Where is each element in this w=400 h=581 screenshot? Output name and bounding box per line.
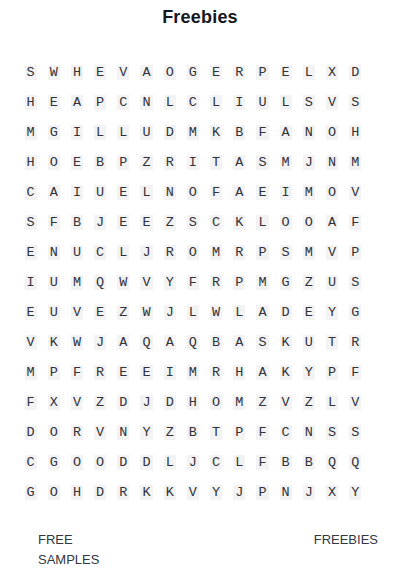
grid-cell[interactable]: M xyxy=(205,237,228,267)
grid-letter: H xyxy=(71,65,83,80)
grid-cell[interactable]: O xyxy=(181,237,204,267)
grid-cell[interactable]: C xyxy=(181,87,204,117)
grid-cell[interactable]: Q xyxy=(135,327,158,357)
grid-letter: N xyxy=(326,155,338,170)
grid-cell[interactable]: P xyxy=(251,237,274,267)
word-list: FREE SAMPLES FREEBIES xyxy=(38,530,378,570)
grid-cell[interactable]: D xyxy=(89,477,112,507)
grid-cell[interactable]: F xyxy=(344,207,367,237)
grid-cell[interactable]: G xyxy=(42,447,65,477)
grid-cell[interactable]: L xyxy=(112,117,135,147)
grid-letter: P xyxy=(117,155,129,170)
grid-cell[interactable]: A xyxy=(251,357,274,387)
grid-cell[interactable]: K xyxy=(228,207,251,237)
grid-cell[interactable]: W xyxy=(65,327,88,357)
grid-cell[interactable]: D xyxy=(274,297,297,327)
grid-cell[interactable]: V xyxy=(112,57,135,87)
grid-cell[interactable]: B xyxy=(228,117,251,147)
grid-cell[interactable]: J xyxy=(158,297,181,327)
grid-cell[interactable]: S xyxy=(344,87,367,117)
grid-cell[interactable]: L xyxy=(228,447,251,477)
grid-letter: A xyxy=(233,185,245,200)
grid-cell[interactable]: R xyxy=(158,147,181,177)
grid-letter: N xyxy=(303,125,315,140)
grid-letter: D xyxy=(164,125,176,140)
grid-cell[interactable]: K xyxy=(205,117,228,147)
grid-cell[interactable]: S xyxy=(274,237,297,267)
grid-cell[interactable]: R xyxy=(89,357,112,387)
grid-cell[interactable]: Z xyxy=(135,147,158,177)
grid-cell[interactable]: S xyxy=(251,327,274,357)
grid-letter: P xyxy=(349,245,361,260)
grid-cell[interactable]: M xyxy=(297,177,320,207)
grid-letter: P xyxy=(94,95,106,110)
grid-cell[interactable]: A xyxy=(135,57,158,87)
grid-cell[interactable]: N xyxy=(158,177,181,207)
grid-cell[interactable]: O xyxy=(42,147,65,177)
grid-letter: L xyxy=(140,185,152,200)
grid-cell[interactable]: Y xyxy=(297,357,320,387)
grid-cell[interactable]: U xyxy=(89,177,112,207)
grid-cell[interactable]: N xyxy=(320,147,343,177)
grid-letter: M xyxy=(303,245,315,260)
grid-cell[interactable]: Q xyxy=(89,267,112,297)
grid-cell[interactable]: O xyxy=(42,417,65,447)
grid-letter: W xyxy=(140,305,152,320)
grid-cell[interactable]: R xyxy=(228,237,251,267)
grid-cell[interactable]: O xyxy=(89,447,112,477)
grid-cell[interactable]: J xyxy=(181,447,204,477)
grid-cell[interactable]: X xyxy=(42,387,65,417)
grid-cell[interactable]: O xyxy=(158,57,181,87)
grid-cell[interactable]: J xyxy=(89,327,112,357)
grid-cell[interactable]: F xyxy=(65,357,88,387)
grid-letter: G xyxy=(349,305,361,320)
grid-cell[interactable]: A xyxy=(112,327,135,357)
grid-cell[interactable]: Q xyxy=(181,327,204,357)
grid-cell[interactable]: V xyxy=(135,267,158,297)
grid-cell[interactable]: S xyxy=(181,207,204,237)
grid-cell[interactable]: O xyxy=(297,207,320,237)
grid-cell[interactable]: M xyxy=(274,147,297,177)
grid-cell[interactable]: P xyxy=(344,237,367,267)
grid-letter: W xyxy=(48,65,60,80)
grid-cell[interactable]: C xyxy=(19,177,42,207)
grid-letter: M xyxy=(25,365,37,380)
grid-cell[interactable]: P xyxy=(228,267,251,297)
grid-letter: E xyxy=(48,95,60,110)
grid-cell[interactable]: O xyxy=(42,477,65,507)
grid-cell[interactable]: M xyxy=(251,267,274,297)
grid-letter: B xyxy=(280,455,292,470)
grid-cell[interactable]: E xyxy=(135,207,158,237)
grid-letter: L xyxy=(280,95,292,110)
grid-cell[interactable]: Z xyxy=(158,207,181,237)
grid-cell[interactable]: P xyxy=(42,357,65,387)
grid-letter: Z xyxy=(256,395,268,410)
grid-cell[interactable]: R xyxy=(65,417,88,447)
grid-cell[interactable]: K xyxy=(274,357,297,387)
grid-cell[interactable]: V xyxy=(89,417,112,447)
grid-letter: V xyxy=(280,395,292,410)
grid-cell[interactable]: F xyxy=(205,177,228,207)
grid-cell[interactable]: L xyxy=(158,447,181,477)
grid-letter: J xyxy=(140,395,152,410)
grid-letter: O xyxy=(48,485,60,500)
grid-cell[interactable]: M xyxy=(65,267,88,297)
grid-cell[interactable]: E xyxy=(274,57,297,87)
grid-letter: O xyxy=(71,455,83,470)
grid-cell[interactable]: H xyxy=(65,57,88,87)
grid-cell[interactable]: K xyxy=(42,327,65,357)
grid-cell[interactable]: E xyxy=(112,207,135,237)
grid-cell[interactable]: L xyxy=(274,87,297,117)
grid-cell[interactable]: B xyxy=(205,327,228,357)
grid-cell[interactable]: A xyxy=(228,147,251,177)
grid-letter: A xyxy=(233,155,245,170)
grid-letter: E xyxy=(280,65,292,80)
grid-cell[interactable]: U xyxy=(135,117,158,147)
grid-cell[interactable]: R xyxy=(158,237,181,267)
grid-cell[interactable]: E xyxy=(19,237,42,267)
grid-cell[interactable]: D xyxy=(19,417,42,447)
grid-letter: P xyxy=(326,365,338,380)
grid-letter: X xyxy=(48,395,60,410)
grid-cell[interactable]: E xyxy=(89,297,112,327)
grid-cell[interactable]: R xyxy=(228,57,251,87)
grid-letter: R xyxy=(233,245,245,260)
grid-cell[interactable]: X xyxy=(320,57,343,87)
grid-cell[interactable]: O xyxy=(65,447,88,477)
grid-cell[interactable]: S xyxy=(297,87,320,117)
grid-cell[interactable]: M xyxy=(181,117,204,147)
grid-cell[interactable]: P xyxy=(112,147,135,177)
grid-cell[interactable]: P xyxy=(251,477,274,507)
grid-letter: F xyxy=(349,215,361,230)
grid-letter: D xyxy=(117,455,129,470)
grid-letter: F xyxy=(349,365,361,380)
grid-cell[interactable]: L xyxy=(89,117,112,147)
grid-cell[interactable]: D xyxy=(158,387,181,417)
grid-letter: E xyxy=(117,215,129,230)
grid-cell[interactable]: S xyxy=(320,417,343,447)
grid-cell[interactable]: I xyxy=(228,87,251,117)
grid-cell[interactable]: N xyxy=(274,477,297,507)
grid-letter: S xyxy=(349,95,361,110)
grid-cell[interactable]: V xyxy=(181,477,204,507)
grid-cell[interactable]: U xyxy=(42,267,65,297)
grid-cell[interactable]: A xyxy=(320,207,343,237)
grid-cell[interactable]: V xyxy=(65,387,88,417)
grid-cell[interactable]: F xyxy=(251,447,274,477)
grid-cell[interactable]: R xyxy=(205,267,228,297)
grid-cell[interactable]: F xyxy=(344,357,367,387)
grid-letter: Y xyxy=(164,275,176,290)
grid-cell[interactable]: E xyxy=(89,57,112,87)
grid-cell[interactable]: A xyxy=(274,117,297,147)
grid-letter: E xyxy=(25,245,37,260)
grid-letter: E xyxy=(256,185,268,200)
grid-cell[interactable]: A xyxy=(158,327,181,357)
grid-cell[interactable]: P xyxy=(320,357,343,387)
grid-letter: V xyxy=(140,275,152,290)
grid-cell[interactable]: I xyxy=(65,177,88,207)
grid-letter: E xyxy=(94,305,106,320)
grid-cell[interactable]: E xyxy=(112,357,135,387)
grid-cell[interactable]: P xyxy=(251,57,274,87)
grid-cell[interactable]: K xyxy=(135,477,158,507)
grid-cell[interactable]: E xyxy=(42,87,65,117)
grid-cell[interactable]: V xyxy=(320,87,343,117)
grid-letter: K xyxy=(164,485,176,500)
grid-cell[interactable]: N xyxy=(42,237,65,267)
grid-cell[interactable]: H xyxy=(19,87,42,117)
grid-cell[interactable]: L xyxy=(320,387,343,417)
grid-cell[interactable]: M xyxy=(19,357,42,387)
grid-cell[interactable]: V xyxy=(344,177,367,207)
grid-cell[interactable]: B xyxy=(297,447,320,477)
grid-cell[interactable]: X xyxy=(320,477,343,507)
grid-cell[interactable]: C xyxy=(112,87,135,117)
grid-cell[interactable]: E xyxy=(112,177,135,207)
grid-cell[interactable]: I xyxy=(19,267,42,297)
grid-cell[interactable]: Y xyxy=(205,477,228,507)
grid-cell[interactable]: H xyxy=(344,117,367,147)
grid-cell[interactable]: Y xyxy=(158,267,181,297)
grid-cell[interactable]: R xyxy=(344,327,367,357)
grid-letter: G xyxy=(280,275,292,290)
grid-cell[interactable]: I xyxy=(181,147,204,177)
grid-cell[interactable]: U xyxy=(251,87,274,117)
grid-cell[interactable]: G xyxy=(42,117,65,147)
word-search-grid: SWHEVAOGERPELXDHEAPCNLCLIULSVSMGILLUDMKB… xyxy=(19,57,367,507)
grid-cell[interactable]: G xyxy=(344,297,367,327)
grid-letter: G xyxy=(48,455,60,470)
grid-cell[interactable]: F xyxy=(251,417,274,447)
grid-cell[interactable]: C xyxy=(19,447,42,477)
grid-cell[interactable]: E xyxy=(135,357,158,387)
grid-cell[interactable]: U xyxy=(65,237,88,267)
grid-cell[interactable]: D xyxy=(158,117,181,147)
grid-cell[interactable]: W xyxy=(42,57,65,87)
grid-cell[interactable]: J xyxy=(228,477,251,507)
grid-letter: I xyxy=(71,125,83,140)
grid-letter: T xyxy=(210,425,222,440)
grid-cell[interactable]: S xyxy=(344,267,367,297)
grid-cell[interactable]: J xyxy=(297,477,320,507)
grid-cell[interactable]: F xyxy=(42,207,65,237)
grid-letter: Z xyxy=(303,395,315,410)
grid-cell[interactable]: U xyxy=(320,267,343,297)
grid-cell[interactable]: Z xyxy=(297,387,320,417)
grid-cell[interactable]: V xyxy=(320,237,343,267)
grid-cell[interactable]: V xyxy=(344,387,367,417)
grid-letter: O xyxy=(48,155,60,170)
grid-cell[interactable]: T xyxy=(320,327,343,357)
grid-cell[interactable]: H xyxy=(228,357,251,387)
grid-cell[interactable]: V xyxy=(274,387,297,417)
grid-cell[interactable]: Z xyxy=(112,297,135,327)
grid-cell[interactable]: I xyxy=(274,177,297,207)
grid-cell[interactable]: C xyxy=(274,417,297,447)
grid-cell[interactable]: T xyxy=(205,147,228,177)
grid-cell[interactable]: J xyxy=(135,237,158,267)
grid-letter: P xyxy=(48,365,60,380)
grid-cell[interactable]: S xyxy=(251,147,274,177)
grid-cell[interactable]: G xyxy=(181,57,204,87)
grid-cell[interactable]: P xyxy=(228,417,251,447)
grid-letter: A xyxy=(256,365,268,380)
grid-cell[interactable]: U xyxy=(42,297,65,327)
grid-letter: U xyxy=(71,245,83,260)
grid-cell[interactable]: Z xyxy=(297,267,320,297)
grid-cell[interactable]: H xyxy=(181,387,204,417)
grid-letter: V xyxy=(349,395,361,410)
grid-cell[interactable]: O xyxy=(181,177,204,207)
grid-cell[interactable]: T xyxy=(205,417,228,447)
grid-cell[interactable]: E xyxy=(205,57,228,87)
grid-cell[interactable]: S xyxy=(344,417,367,447)
grid-cell[interactable]: M xyxy=(297,237,320,267)
grid-cell[interactable]: A xyxy=(42,177,65,207)
grid-cell[interactable]: L xyxy=(297,57,320,87)
grid-cell[interactable]: O xyxy=(274,207,297,237)
grid-cell[interactable]: L xyxy=(228,297,251,327)
grid-letter: Y xyxy=(349,485,361,500)
grid-cell[interactable]: F xyxy=(181,267,204,297)
grid-cell[interactable]: Q xyxy=(344,447,367,477)
grid-cell[interactable]: G xyxy=(274,267,297,297)
grid-cell[interactable]: M xyxy=(181,357,204,387)
grid-cell[interactable]: B xyxy=(89,147,112,177)
grid-letter: V xyxy=(94,425,106,440)
grid-cell[interactable]: J xyxy=(297,147,320,177)
grid-cell[interactable]: G xyxy=(19,477,42,507)
grid-cell[interactable]: V xyxy=(65,297,88,327)
grid-cell[interactable]: C xyxy=(89,237,112,267)
grid-cell[interactable]: O xyxy=(320,177,343,207)
grid-cell[interactable]: E xyxy=(297,297,320,327)
grid-cell[interactable]: B xyxy=(181,417,204,447)
grid-cell[interactable]: Y xyxy=(344,477,367,507)
grid-letter: N xyxy=(280,485,292,500)
grid-cell[interactable]: H xyxy=(19,147,42,177)
grid-cell[interactable]: Z xyxy=(158,417,181,447)
grid-letter: C xyxy=(210,215,222,230)
grid-cell[interactable]: P xyxy=(89,87,112,117)
grid-cell[interactable]: Y xyxy=(320,297,343,327)
grid-cell[interactable]: M xyxy=(228,387,251,417)
grid-cell[interactable]: S xyxy=(19,207,42,237)
grid-letter: M xyxy=(71,275,83,290)
grid-letter: R xyxy=(349,335,361,350)
grid-cell[interactable]: J xyxy=(89,207,112,237)
grid-letter: P xyxy=(256,245,268,260)
grid-letter: S xyxy=(349,275,361,290)
grid-cell[interactable]: I xyxy=(158,357,181,387)
grid-cell[interactable]: M xyxy=(344,147,367,177)
grid-letter: I xyxy=(187,155,199,170)
grid-cell[interactable]: D xyxy=(112,387,135,417)
grid-cell[interactable]: K xyxy=(274,327,297,357)
grid-letter: F xyxy=(210,185,222,200)
grid-cell[interactable]: A xyxy=(228,327,251,357)
grid-cell[interactable]: O xyxy=(205,387,228,417)
grid-letter: Q xyxy=(94,275,106,290)
grid-cell[interactable]: W xyxy=(112,267,135,297)
grid-cell[interactable]: S xyxy=(19,57,42,87)
grid-letter: L xyxy=(94,125,106,140)
grid-cell[interactable]: O xyxy=(320,117,343,147)
grid-letter: A xyxy=(140,65,152,80)
grid-cell[interactable]: N xyxy=(112,417,135,447)
grid-cell[interactable]: V xyxy=(19,327,42,357)
grid-cell[interactable]: R xyxy=(112,477,135,507)
grid-cell[interactable]: H xyxy=(65,477,88,507)
grid-cell[interactable]: E xyxy=(65,147,88,177)
grid-cell[interactable]: F xyxy=(251,117,274,147)
grid-letter: Z xyxy=(94,395,106,410)
grid-cell[interactable]: Z xyxy=(89,387,112,417)
grid-cell[interactable]: C xyxy=(205,447,228,477)
grid-cell[interactable]: Q xyxy=(320,447,343,477)
grid-cell[interactable]: A xyxy=(228,177,251,207)
grid-letter: E xyxy=(303,305,315,320)
grid-letter: E xyxy=(71,155,83,170)
grid-cell[interactable]: L xyxy=(135,177,158,207)
grid-cell[interactable]: A xyxy=(65,87,88,117)
grid-cell[interactable]: C xyxy=(205,207,228,237)
grid-cell[interactable]: J xyxy=(135,387,158,417)
grid-letter: O xyxy=(303,215,315,230)
grid-cell[interactable]: D xyxy=(344,57,367,87)
grid-cell[interactable]: N xyxy=(135,87,158,117)
grid-cell[interactable]: L xyxy=(112,237,135,267)
grid-cell[interactable]: K xyxy=(158,477,181,507)
grid-cell[interactable]: L xyxy=(205,87,228,117)
grid-cell[interactable]: N xyxy=(297,417,320,447)
grid-cell[interactable]: L xyxy=(251,207,274,237)
grid-cell[interactable]: Y xyxy=(135,417,158,447)
grid-cell[interactable]: F xyxy=(19,387,42,417)
grid-cell[interactable]: N xyxy=(297,117,320,147)
grid-letter: S xyxy=(256,335,268,350)
grid-cell[interactable]: L xyxy=(181,297,204,327)
grid-cell[interactable]: M xyxy=(19,117,42,147)
grid-letter: A xyxy=(164,335,176,350)
grid-cell[interactable]: I xyxy=(65,117,88,147)
grid-cell[interactable]: W xyxy=(135,297,158,327)
grid-cell[interactable]: L xyxy=(158,87,181,117)
grid-cell[interactable]: A xyxy=(251,297,274,327)
grid-cell[interactable]: B xyxy=(65,207,88,237)
grid-cell[interactable]: D xyxy=(112,447,135,477)
grid-cell[interactable]: D xyxy=(135,447,158,477)
grid-letter: Y xyxy=(210,485,222,500)
grid-letter: L xyxy=(326,395,338,410)
grid-cell[interactable]: E xyxy=(19,297,42,327)
grid-cell[interactable]: U xyxy=(297,327,320,357)
grid-cell[interactable]: W xyxy=(205,297,228,327)
grid-letter: R xyxy=(71,425,83,440)
grid-cell[interactable]: E xyxy=(251,177,274,207)
grid-letter: V xyxy=(117,65,129,80)
grid-cell[interactable]: Z xyxy=(251,387,274,417)
grid-cell[interactable]: B xyxy=(274,447,297,477)
word-item-free-samples: FREE SAMPLES xyxy=(38,530,118,570)
grid-letter: T xyxy=(210,155,222,170)
grid-cell[interactable]: R xyxy=(205,357,228,387)
